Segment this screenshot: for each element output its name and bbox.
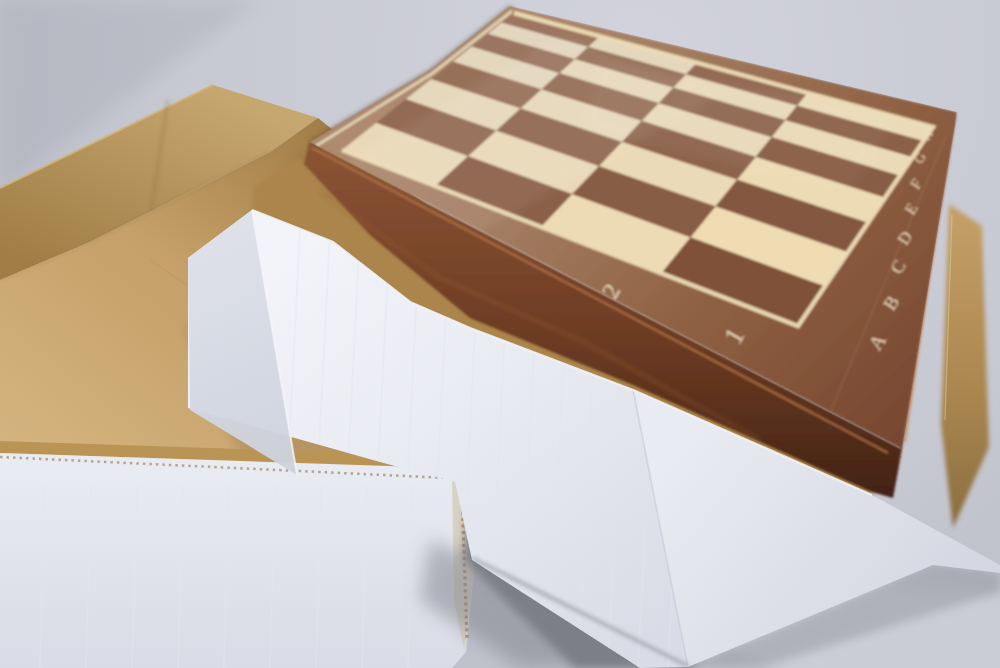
- scene-canvas: 1234ABCDEFGH: [0, 0, 1000, 668]
- box-lid-nearwall-front: [0, 453, 474, 668]
- scene-packed-chessboard-photo: 1234ABCDEFGH: [0, 0, 1000, 668]
